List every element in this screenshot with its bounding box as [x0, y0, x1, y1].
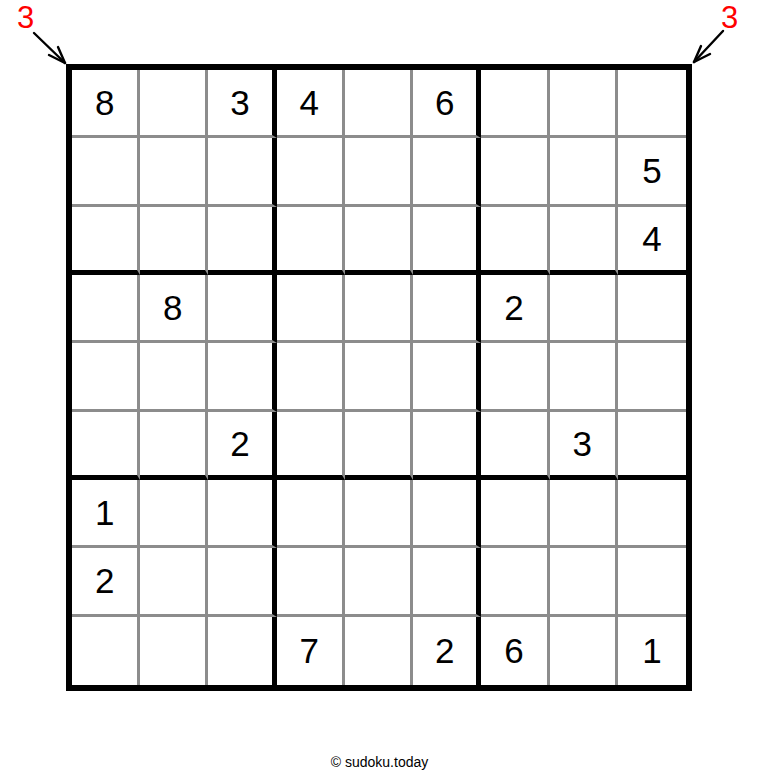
cell-r2c1[interactable] — [72, 138, 140, 206]
top-left-arrow-icon — [34, 33, 65, 63]
cell-r3c9[interactable]: 4 — [618, 207, 686, 275]
cell-r6c5[interactable] — [345, 412, 413, 480]
cell-r4c6[interactable] — [413, 275, 481, 343]
cell-r6c1[interactable] — [72, 412, 140, 480]
cell-r3c4[interactable] — [277, 207, 345, 275]
cell-r5c4[interactable] — [277, 343, 345, 411]
footer-copyright: © sudoku.today — [0, 754, 759, 770]
cell-r8c5[interactable] — [345, 548, 413, 616]
cell-r9c6[interactable]: 2 — [413, 617, 481, 685]
cell-r1c1[interactable]: 8 — [72, 70, 140, 138]
cell-r5c1[interactable] — [72, 343, 140, 411]
cell-r7c1[interactable]: 1 — [72, 480, 140, 548]
cell-r3c1[interactable] — [72, 207, 140, 275]
cell-r1c5[interactable] — [345, 70, 413, 138]
cell-r7c9[interactable] — [618, 480, 686, 548]
cell-r6c9[interactable] — [618, 412, 686, 480]
cell-r3c8[interactable] — [550, 207, 618, 275]
cell-r9c7[interactable]: 6 — [481, 617, 549, 685]
cell-r5c2[interactable] — [140, 343, 208, 411]
cell-r4c8[interactable] — [550, 275, 618, 343]
top-right-arrow-icon — [694, 31, 723, 62]
cell-r8c8[interactable] — [550, 548, 618, 616]
cell-r2c2[interactable] — [140, 138, 208, 206]
cell-r7c5[interactable] — [345, 480, 413, 548]
cell-r2c3[interactable] — [208, 138, 276, 206]
cell-r7c2[interactable] — [140, 480, 208, 548]
cell-r4c3[interactable] — [208, 275, 276, 343]
cell-r2c7[interactable] — [481, 138, 549, 206]
cell-r9c3[interactable] — [208, 617, 276, 685]
cell-r8c4[interactable] — [277, 548, 345, 616]
cell-r4c2[interactable]: 8 — [140, 275, 208, 343]
cell-r7c8[interactable] — [550, 480, 618, 548]
cell-r8c2[interactable] — [140, 548, 208, 616]
cell-r5c9[interactable] — [618, 343, 686, 411]
cell-r7c3[interactable] — [208, 480, 276, 548]
cell-r6c8[interactable]: 3 — [550, 412, 618, 480]
cell-r8c7[interactable] — [481, 548, 549, 616]
cell-r6c7[interactable] — [481, 412, 549, 480]
cell-r2c5[interactable] — [345, 138, 413, 206]
cell-r8c3[interactable] — [208, 548, 276, 616]
cell-r1c8[interactable] — [550, 70, 618, 138]
cell-r1c4[interactable]: 4 — [277, 70, 345, 138]
cell-r1c6[interactable]: 6 — [413, 70, 481, 138]
cell-r2c4[interactable] — [277, 138, 345, 206]
cell-r2c9[interactable]: 5 — [618, 138, 686, 206]
cell-r3c6[interactable] — [413, 207, 481, 275]
cell-r5c6[interactable] — [413, 343, 481, 411]
cell-r5c5[interactable] — [345, 343, 413, 411]
cell-r9c8[interactable] — [550, 617, 618, 685]
cell-r3c5[interactable] — [345, 207, 413, 275]
cell-r7c7[interactable] — [481, 480, 549, 548]
cell-r4c7[interactable]: 2 — [481, 275, 549, 343]
cell-r6c6[interactable] — [413, 412, 481, 480]
cell-r1c3[interactable]: 3 — [208, 70, 276, 138]
cell-r3c2[interactable] — [140, 207, 208, 275]
cell-r4c5[interactable] — [345, 275, 413, 343]
cell-r4c1[interactable] — [72, 275, 140, 343]
cell-r2c8[interactable] — [550, 138, 618, 206]
top-left-diagonal-clue: 3 — [17, 2, 34, 33]
cell-r9c9[interactable]: 1 — [618, 617, 686, 685]
cell-r2c6[interactable] — [413, 138, 481, 206]
cell-r6c4[interactable] — [277, 412, 345, 480]
cell-r6c3[interactable]: 2 — [208, 412, 276, 480]
cell-r9c2[interactable] — [140, 617, 208, 685]
cell-r7c4[interactable] — [277, 480, 345, 548]
cell-r5c8[interactable] — [550, 343, 618, 411]
cell-r5c7[interactable] — [481, 343, 549, 411]
top-right-diagonal-clue: 3 — [721, 2, 738, 33]
sudoku-board: 8346548223127261 — [66, 64, 692, 691]
cell-r9c4[interactable]: 7 — [277, 617, 345, 685]
cell-r4c9[interactable] — [618, 275, 686, 343]
cell-r1c2[interactable] — [140, 70, 208, 138]
cell-r5c3[interactable] — [208, 343, 276, 411]
cell-r3c7[interactable] — [481, 207, 549, 275]
cell-r8c6[interactable] — [413, 548, 481, 616]
cell-r8c9[interactable] — [618, 548, 686, 616]
cell-r8c1[interactable]: 2 — [72, 548, 140, 616]
cell-r3c3[interactable] — [208, 207, 276, 275]
page: 3 3 8346548223127261 © sudoku.today — [0, 0, 759, 779]
cell-r9c1[interactable] — [72, 617, 140, 685]
cell-r7c6[interactable] — [413, 480, 481, 548]
cell-r1c9[interactable] — [618, 70, 686, 138]
cell-r1c7[interactable] — [481, 70, 549, 138]
cell-r4c4[interactable] — [277, 275, 345, 343]
cell-r9c5[interactable] — [345, 617, 413, 685]
cell-r6c2[interactable] — [140, 412, 208, 480]
